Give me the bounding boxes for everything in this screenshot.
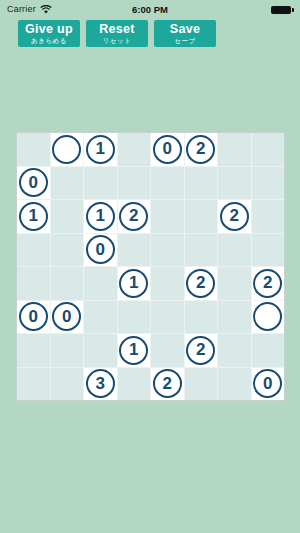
cell-r7c2[interactable] — [51, 334, 84, 367]
cell-r7c4[interactable]: 1 — [118, 334, 151, 367]
cell-r5c7[interactable] — [218, 267, 251, 300]
cell-r5c8[interactable]: 2 — [252, 267, 285, 300]
reset-sublabel: リセット — [103, 38, 132, 45]
clue-circle-0: 0 — [19, 302, 48, 331]
cell-r1c2[interactable] — [51, 133, 84, 166]
cell-r4c7[interactable] — [218, 234, 251, 267]
cell-r2c7[interactable] — [218, 167, 251, 200]
cell-r5c1[interactable] — [17, 267, 50, 300]
status-bar: Carrier 6:00 PM — [0, 0, 300, 20]
cell-r1c6[interactable]: 2 — [185, 133, 218, 166]
clue-circle-3: 3 — [86, 369, 115, 398]
clue-circle-1: 1 — [86, 135, 115, 164]
cell-r7c1[interactable] — [17, 334, 50, 367]
cell-r8c1[interactable] — [17, 368, 50, 401]
cell-r6c2[interactable]: 0 — [51, 301, 84, 334]
cell-r7c3[interactable] — [84, 334, 117, 367]
cell-r7c8[interactable] — [252, 334, 285, 367]
cell-r2c4[interactable] — [118, 167, 151, 200]
cell-r3c7[interactable]: 2 — [218, 200, 251, 233]
cell-r4c8[interactable] — [252, 234, 285, 267]
cell-r8c7[interactable] — [218, 368, 251, 401]
clue-circle-0: 0 — [19, 168, 48, 197]
toolbar: Give up あきらめる Reset リセット Save セーブ — [18, 20, 216, 47]
cell-r6c7[interactable] — [218, 301, 251, 334]
cell-r1c8[interactable] — [252, 133, 285, 166]
cell-r6c6[interactable] — [185, 301, 218, 334]
cell-r1c1[interactable] — [17, 133, 50, 166]
clue-circle-1: 1 — [19, 202, 48, 231]
cell-r8c3[interactable]: 3 — [84, 368, 117, 401]
cell-r3c1[interactable]: 1 — [17, 200, 50, 233]
cell-r4c3[interactable]: 0 — [84, 234, 117, 267]
clue-circle-2: 2 — [119, 202, 148, 231]
cell-r6c5[interactable] — [151, 301, 184, 334]
save-label: Save — [170, 23, 200, 36]
cell-r2c2[interactable] — [51, 167, 84, 200]
cell-r5c3[interactable] — [84, 267, 117, 300]
cell-r8c2[interactable] — [51, 368, 84, 401]
clue-circle-2: 2 — [186, 135, 215, 164]
clue-circle-2: 2 — [253, 269, 282, 298]
cell-r8c8[interactable]: 0 — [252, 368, 285, 401]
clue-circle-2: 2 — [220, 202, 249, 231]
clue-circle-1: 1 — [119, 269, 148, 298]
cell-r6c1[interactable]: 0 — [17, 301, 50, 334]
clue-circle-0: 0 — [52, 302, 81, 331]
cell-r2c5[interactable] — [151, 167, 184, 200]
clock: 6:00 PM — [0, 4, 300, 15]
clue-circle-0: 0 — [86, 235, 115, 264]
cell-r3c8[interactable] — [252, 200, 285, 233]
cell-r5c4[interactable]: 1 — [118, 267, 151, 300]
clue-circle-2: 2 — [186, 336, 215, 365]
cell-r4c5[interactable] — [151, 234, 184, 267]
cell-r7c7[interactable] — [218, 334, 251, 367]
cell-r3c3[interactable]: 1 — [84, 200, 117, 233]
cell-r2c1[interactable]: 0 — [17, 167, 50, 200]
cell-r7c5[interactable] — [151, 334, 184, 367]
cell-r8c4[interactable] — [118, 368, 151, 401]
save-button[interactable]: Save セーブ — [154, 20, 216, 47]
cell-r8c6[interactable] — [185, 368, 218, 401]
cell-r4c4[interactable] — [118, 234, 151, 267]
clue-circle-1: 1 — [119, 336, 148, 365]
cell-r6c8[interactable] — [252, 301, 285, 334]
empty-circle — [253, 302, 282, 331]
give-up-button[interactable]: Give up あきらめる — [18, 20, 80, 47]
clue-circle-0: 0 — [153, 135, 182, 164]
reset-label: Reset — [99, 23, 135, 36]
clue-circle-2: 2 — [186, 269, 215, 298]
cell-r4c2[interactable] — [51, 234, 84, 267]
cell-r1c5[interactable]: 0 — [151, 133, 184, 166]
cell-r5c5[interactable] — [151, 267, 184, 300]
clue-circle-2: 2 — [153, 369, 182, 398]
cell-r2c8[interactable] — [252, 167, 285, 200]
reset-button[interactable]: Reset リセット — [86, 20, 148, 47]
cell-r4c6[interactable] — [185, 234, 218, 267]
clue-circle-1: 1 — [86, 202, 115, 231]
cell-r1c4[interactable] — [118, 133, 151, 166]
save-sublabel: セーブ — [174, 38, 195, 45]
cell-r7c6[interactable]: 2 — [185, 334, 218, 367]
cell-r8c5[interactable]: 2 — [151, 368, 184, 401]
cell-r3c2[interactable] — [51, 200, 84, 233]
app-screen: Carrier 6:00 PM Give up あきらめる Reset リセット… — [0, 0, 300, 533]
cell-r2c6[interactable] — [185, 167, 218, 200]
cell-r5c6[interactable]: 2 — [185, 267, 218, 300]
cell-r1c7[interactable] — [218, 133, 251, 166]
cell-r4c1[interactable] — [17, 234, 50, 267]
cell-r1c3[interactable]: 1 — [84, 133, 117, 166]
cell-r3c6[interactable] — [185, 200, 218, 233]
clue-circle-0: 0 — [253, 369, 282, 398]
give-up-label: Give up — [25, 23, 73, 36]
empty-circle — [52, 135, 81, 164]
cell-r6c4[interactable] — [118, 301, 151, 334]
cell-r6c3[interactable] — [84, 301, 117, 334]
cell-r3c5[interactable] — [151, 200, 184, 233]
cell-r3c4[interactable]: 2 — [118, 200, 151, 233]
puzzle-board: 1020112201220012320 — [16, 132, 285, 401]
battery-icon — [271, 6, 294, 14]
cell-r2c3[interactable] — [84, 167, 117, 200]
give-up-sublabel: あきらめる — [31, 38, 67, 45]
cell-r5c2[interactable] — [51, 267, 84, 300]
